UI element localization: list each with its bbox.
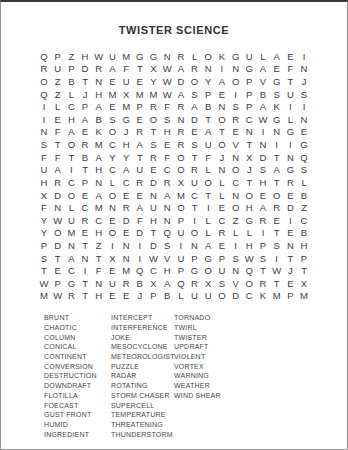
grid-cell: S [37,138,51,151]
grid-cell: E [133,75,147,88]
grid-cell: W [147,252,161,265]
word-list-item: TWISTER [174,333,221,343]
grid-cell: R [119,277,133,290]
grid-cell: P [51,277,65,290]
grid-cell: N [229,264,243,277]
grid-cell: B [65,75,79,88]
grid-cell: T [270,277,284,290]
grid-cell: D [284,201,298,214]
grid-cell: O [215,290,229,303]
grid-cell: F [160,100,174,113]
grid-cell: I [65,163,79,176]
word-list-item: CONVERSION [44,362,111,372]
grid-cell: C [65,100,79,113]
grid-cell: P [78,100,92,113]
word-list-item: VIOLENT [174,352,221,362]
grid-cell: O [215,113,229,126]
grid-cell: G [270,75,284,88]
grid-cell: W [160,75,174,88]
grid-cell: P [174,214,188,227]
grid-cell: I [201,201,215,214]
grid-cell: L [229,227,243,240]
grid-cell: U [284,88,298,101]
grid-cell: R [92,63,106,76]
grid-cell: A [65,252,79,265]
grid-cell: N [215,100,229,113]
grid-cell: V [256,75,270,88]
grid-cell: O [147,113,161,126]
grid-cell: R [37,63,51,76]
grid-cell: B [256,88,270,101]
grid-cell: N [229,189,243,202]
grid-cell: S [229,100,243,113]
grid-cell: T [65,151,79,164]
grid-cell: R [188,163,202,176]
grid-cell: B [297,227,311,240]
grid-cell: D [174,75,188,88]
grid-cell: Q [174,277,188,290]
grid-cell: X [242,151,256,164]
grid-cell: L [215,176,229,189]
grid-cell: A [270,50,284,63]
puzzle-page: TWISTER SCIENCE QPZHWUMGGNRLOKGULAEIRUPD… [0,0,348,450]
grid-cell: E [119,189,133,202]
grid-cell: N [242,126,256,139]
word-list-item: BRUNT [44,313,111,323]
grid-cell: A [215,75,229,88]
grid-cell: W [242,252,256,265]
grid-cell: N [270,126,284,139]
grid-cell: R [174,100,188,113]
grid-cell: T [270,176,284,189]
grid-cell: L [65,201,79,214]
grid-cell: Z [65,50,79,63]
word-list-column: BRUNTCHAOTICCOLUMNCONICALCONTINENTCONVER… [44,313,111,439]
grid-cell: X [147,277,161,290]
grid-cell: G [284,126,298,139]
grid-cell: A [92,189,106,202]
grid-cell: T [270,227,284,240]
grid-cell: E [119,227,133,240]
word-list-item: TWIRL [174,323,221,333]
grid-cell: W [270,264,284,277]
grid-cell: F [51,126,65,139]
grid-cell: O [65,138,79,151]
grid-cell: F [119,63,133,76]
grid-cell: A [78,113,92,126]
grid-cell: N [297,63,311,76]
grid-cell: E [51,113,65,126]
word-list-item: RADAR [111,371,174,381]
grid-cell: M [92,138,106,151]
grid-cell: E [284,277,298,290]
grid-cell: J [119,126,133,139]
grid-cell: O [201,264,215,277]
grid-cell: R [174,50,188,63]
grid-cell: N [51,201,65,214]
grid-cell: X [37,189,51,202]
grid-cell: G [242,214,256,227]
grid-cell: E [78,126,92,139]
word-list-item: INTERFERENCE [111,323,174,333]
grid-cell: T [297,264,311,277]
grid-cell: S [160,239,174,252]
grid-cell: E [297,126,311,139]
grid-cell: E [133,189,147,202]
grid-cell: T [147,227,161,240]
grid-cell: F [160,151,174,164]
grid-cell: O [229,201,243,214]
grid-cell: Z [297,201,311,214]
grid-cell: O [242,189,256,202]
grid-cell: B [201,100,215,113]
grid-cell: U [37,163,51,176]
grid-cell: O [174,163,188,176]
grid-cell: N [160,50,174,63]
grid-cell: V [229,138,243,151]
grid-cell: B [78,151,92,164]
grid-cell: A [201,239,215,252]
grid-cell: D [51,189,65,202]
grid-cell: N [256,138,270,151]
grid-cell: E [119,290,133,303]
grid-cell: H [160,264,174,277]
grid-cell: N [92,176,106,189]
grid-cell: O [215,138,229,151]
grid-cell: E [188,126,202,139]
grid-cell: Y [119,151,133,164]
grid-cell: T [37,264,51,277]
grid-cell: T [215,126,229,139]
grid-cell: G [270,113,284,126]
grid-cell: N [229,63,243,76]
grid-cell: O [201,50,215,63]
grid-cell: N [160,201,174,214]
word-list-item: STORM CHASER [111,391,174,401]
grid-cell: C [147,264,161,277]
grid-cell: I [256,227,270,240]
grid-cell: O [201,176,215,189]
grid-cell: C [229,176,243,189]
grid-cell: A [119,163,133,176]
grid-cell: N [188,239,202,252]
grid-cell: S [256,163,270,176]
grid-cell: N [147,189,161,202]
grid-cell: N [229,151,243,164]
grid-cell: W [51,214,65,227]
grid-cell: Z [229,214,243,227]
grid-cell: J [297,75,311,88]
grid-cell: A [174,88,188,101]
grid-cell: R [133,126,147,139]
grid-cell: H [242,239,256,252]
grid-cell: B [92,113,106,126]
grid-cell: B [133,277,147,290]
grid-cell: H [92,290,106,303]
grid-cell: O [65,189,79,202]
word-list-item: GUST FRONT [44,410,111,420]
grid-cell: I [174,239,188,252]
grid-cell: P [242,100,256,113]
grid-cell: R [65,290,79,303]
grid-cell: Y [37,227,51,240]
grid-cell: P [284,290,298,303]
grid-cell: S [229,252,243,265]
grid-cell: O [270,189,284,202]
grid-cell: N [297,113,311,126]
grid-cell: X [297,277,311,290]
grid-cell: O [242,277,256,290]
grid-cell: A [92,151,106,164]
grid-cell: T [201,113,215,126]
grid-cell: F [37,201,51,214]
grid-cell: S [106,113,120,126]
grid-cell: H [119,138,133,151]
word-list-item: DESTRUCTION [44,371,111,381]
grid-cell: G [188,264,202,277]
grid-cell: U [174,227,188,240]
grid-cell: D [229,290,243,303]
grid-cell: B [160,290,174,303]
grid-cell: R [174,138,188,151]
grid-cell: M [133,88,147,101]
grid-cell: T [78,163,92,176]
grid-cell: L [297,176,311,189]
grid-cell: N [106,201,120,214]
grid-cell: S [270,88,284,101]
grid-cell: O [188,227,202,240]
grid-cell: P [201,88,215,101]
grid-cell: Z [51,75,65,88]
grid-cell: G [65,277,79,290]
grid-cell: F [37,151,51,164]
grid-cell: I [78,264,92,277]
grid-cell: P [133,100,147,113]
grid-cell: R [147,151,161,164]
grid-cell: P [242,75,256,88]
grid-cell: E [147,163,161,176]
grid-cell: E [160,138,174,151]
grid-cell: R [188,63,202,76]
grid-cell: C [242,113,256,126]
grid-cell: W [92,50,106,63]
grid-cell: U [119,75,133,88]
grid-cell: E [51,264,65,277]
grid-cell: O [174,201,188,214]
grid-cell: C [119,176,133,189]
grid-cell: H [256,176,270,189]
grid-cell: E [284,227,298,240]
grid-cell: I [106,239,120,252]
word-list-item: TEMPERATURE [111,410,174,420]
grid-cell: I [229,88,243,101]
grid-cell: R [229,113,243,126]
grid-cell: O [174,151,188,164]
grid-cell: I [256,126,270,139]
grid-cell: D [256,151,270,164]
grid-cell: A [133,201,147,214]
grid-cell: H [37,176,51,189]
grid-cell: S [188,138,202,151]
grid-cell: F [51,151,65,164]
grid-cell: M [119,50,133,63]
grid-cell: A [256,63,270,76]
puzzle-title: TWISTER SCIENCE [1,24,347,36]
grid-cell: D [188,113,202,126]
grid-cell: O [106,227,120,240]
word-list-column: INTERCEPTINTERFERENCEJOKEMESOCYCLONEMETE… [111,313,174,439]
grid-cell: T [201,189,215,202]
grid-cell: T [188,201,202,214]
grid-cell: I [284,100,298,113]
grid-cell: E [270,214,284,227]
grid-cell: K [270,100,284,113]
grid-cell: R [51,176,65,189]
grid-cell: T [133,151,147,164]
grid-cell: O [37,75,51,88]
grid-cell: G [297,138,311,151]
grid-cell: M [270,290,284,303]
grid-cell: N [201,63,215,76]
grid-cell: J [78,88,92,101]
word-list-item: CONTINENT [44,352,111,362]
grid-cell: I [188,214,202,227]
grid-cell: H [92,163,106,176]
grid-cell: C [106,138,120,151]
grid-cell: Y [37,214,51,227]
grid-cell: R [256,277,270,290]
grid-cell: P [242,88,256,101]
grid-cell: P [78,176,92,189]
grid-cell: X [147,63,161,76]
grid-cell: I [284,214,298,227]
grid-cell: R [215,227,229,240]
grid-cell: N [37,126,51,139]
grid-cell: D [147,239,161,252]
grid-cell: U [106,50,120,63]
word-list-item: SUPERCELL [111,401,174,411]
grid-cell: W [160,63,174,76]
grid-cell: N [160,214,174,227]
grid-cell: I [297,100,311,113]
grid-cell: Q [297,151,311,164]
grid-cell: T [188,151,202,164]
grid-cell: C [160,163,174,176]
grid-cell: C [188,189,202,202]
grid-cell: U [51,63,65,76]
word-list-item: WEATHER [174,381,221,391]
grid-cell: P [147,290,161,303]
grid-cell: D [51,239,65,252]
grid-cell: A [256,100,270,113]
grid-cell: A [201,126,215,139]
grid-cell: K [92,126,106,139]
grid-cell: D [78,63,92,76]
grid-cell: C [65,264,79,277]
word-list-item: WARNING [174,371,221,381]
grid-cell: S [188,88,202,101]
grid-cell: P [65,63,79,76]
grid-cell: C [65,176,79,189]
grid-cell: R [188,277,202,290]
grid-cell: S [160,113,174,126]
grid-cell: M [174,189,188,202]
grid-cell: H [242,201,256,214]
grid-cell: U [106,277,120,290]
grid-cell: M [147,88,161,101]
grid-cell: J [284,264,298,277]
grid-cell: W [37,277,51,290]
grid-cell: G [147,50,161,63]
grid-cell: I [133,239,147,252]
grid-cell: A [188,100,202,113]
grid-cell: R [78,214,92,227]
grid-cell: A [174,63,188,76]
grid-cell: A [256,201,270,214]
grid-cell: T [147,126,161,139]
grid-cell: I [270,252,284,265]
grid-cell: O [229,163,243,176]
grid-cell: E [256,189,270,202]
grid-cell: X [106,252,120,265]
grid-cell: Z [51,88,65,101]
grid-cell: I [229,239,243,252]
grid-cell: E [106,264,120,277]
grid-cell: U [201,290,215,303]
word-list-item: WIND SHEAR [174,391,221,401]
grid-cell: U [188,176,202,189]
grid-cell: H [147,214,161,227]
grid-cell: A [51,163,65,176]
word-list-item: THUNDERSTORM [111,430,174,440]
word-list-item: CHAOTIC [44,323,111,333]
grid-cell: A [270,163,284,176]
grid-cell: N [284,151,298,164]
grid-cell: E [229,126,243,139]
grid-cell: J [133,290,147,303]
grid-cell: N [119,252,133,265]
grid-cell: N [174,113,188,126]
grid-cell: U [147,201,161,214]
grid-cell: E [106,214,120,227]
word-list-item: FOECAST [44,401,111,411]
grid-cell: H [65,113,79,126]
grid-cell: U [201,138,215,151]
grid-cell: I [284,138,298,151]
grid-cell: I [215,63,229,76]
grid-cell: T [284,252,298,265]
grid-cell: L [201,163,215,176]
word-list-item: INGREDIENT [44,430,111,440]
word-list-item: CONICAL [44,342,111,352]
grid-cell: G [201,252,215,265]
grid-cell: T [51,138,65,151]
grid-cell: E [106,75,120,88]
grid-cell: B [297,189,311,202]
word-list-item: VORTEX [174,362,221,372]
grid-cell: S [297,163,311,176]
grid-cell: H [160,126,174,139]
grid-cell: X [201,277,215,290]
grid-cell: N [78,252,92,265]
grid-cell: A [160,277,174,290]
grid-cell: P [51,50,65,63]
grid-cell: L [284,113,298,126]
grid-cell: A [160,189,174,202]
word-list-item: INTERCEPT [111,313,174,323]
grid-cell: L [256,50,270,63]
grid-cell: I [37,100,51,113]
